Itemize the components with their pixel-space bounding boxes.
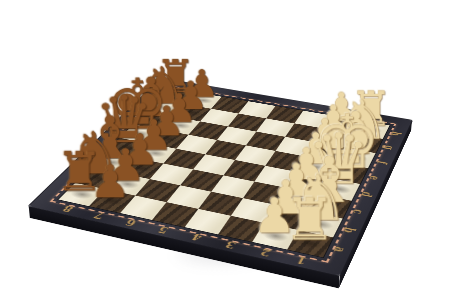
piece-white-rook: ♜ [283, 191, 335, 249]
chess-set-photo: 12345678abcdefgh ♜♞♝♛♚♝♞♜♟♟♟♟♟♟♟♟♟♟♟♟♟♟♟… [0, 0, 452, 299]
photo-scene: 12345678abcdefgh ♜♞♝♛♚♝♞♜♟♟♟♟♟♟♟♟♟♟♟♟♟♟♟… [0, 0, 452, 299]
chess-board: 12345678abcdefgh ♜♞♝♛♚♝♞♜♟♟♟♟♟♟♟♟♟♟♟♟♟♟♟… [29, 78, 412, 276]
piece-black-pawn: ♟ [90, 159, 131, 204]
